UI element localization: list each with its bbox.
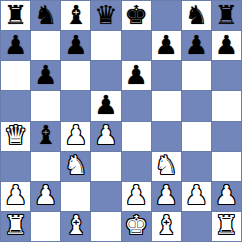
square-g4[interactable] — [182, 122, 211, 151]
square-c8[interactable]: ♝ — [61, 1, 90, 30]
square-d8[interactable]: ♛ — [91, 1, 120, 30]
white-knight-piece: ♞ — [64, 152, 87, 178]
square-a5[interactable] — [1, 91, 30, 120]
square-b8[interactable]: ♞ — [31, 1, 60, 30]
white-pawn-piece: ♟ — [215, 182, 238, 208]
square-g8[interactable]: ♞ — [182, 1, 211, 30]
black-queen-piece: ♛ — [94, 2, 117, 28]
white-pawn-piece: ♟ — [64, 122, 87, 148]
white-rook-piece: ♜ — [4, 212, 27, 238]
white-bishop-piece: ♝ — [155, 212, 178, 238]
square-d1[interactable] — [91, 212, 120, 241]
square-g7[interactable]: ♟ — [182, 31, 211, 60]
square-e6[interactable]: ♟ — [122, 61, 151, 90]
square-d7[interactable] — [91, 31, 120, 60]
square-g1[interactable] — [182, 212, 211, 241]
square-a2[interactable]: ♟ — [1, 182, 30, 211]
white-knight-piece: ♞ — [155, 152, 178, 178]
black-rook-piece: ♜ — [215, 2, 238, 28]
square-b6[interactable]: ♟ — [31, 61, 60, 90]
square-a6[interactable] — [1, 61, 30, 90]
square-c6[interactable] — [61, 61, 90, 90]
square-f7[interactable]: ♟ — [152, 31, 181, 60]
square-d6[interactable] — [91, 61, 120, 90]
square-c7[interactable]: ♟ — [61, 31, 90, 60]
square-b2[interactable]: ♟ — [31, 182, 60, 211]
square-b7[interactable] — [31, 31, 60, 60]
square-e3[interactable] — [122, 152, 151, 181]
black-bishop-piece: ♝ — [64, 2, 87, 28]
white-pawn-piece: ♟ — [155, 182, 178, 208]
white-bishop-piece: ♝ — [64, 212, 87, 238]
square-c3[interactable]: ♞ — [61, 152, 90, 181]
square-f6[interactable] — [152, 61, 181, 90]
square-h2[interactable]: ♟ — [212, 182, 241, 211]
square-d5[interactable]: ♟ — [91, 91, 120, 120]
white-pawn-piece: ♟ — [185, 182, 208, 208]
square-f1[interactable]: ♝ — [152, 212, 181, 241]
square-g3[interactable] — [182, 152, 211, 181]
square-a4[interactable]: ♛ — [1, 122, 30, 151]
square-g5[interactable] — [182, 91, 211, 120]
black-king-piece: ♚ — [124, 2, 147, 28]
square-b1[interactable] — [31, 212, 60, 241]
black-pawn-piece: ♟ — [64, 32, 87, 58]
black-knight-piece: ♞ — [34, 2, 57, 28]
white-pawn-piece: ♟ — [124, 182, 147, 208]
black-pawn-piece: ♟ — [185, 32, 208, 58]
black-pawn-piece: ♟ — [215, 32, 238, 58]
square-g6[interactable] — [182, 61, 211, 90]
white-queen-piece: ♛ — [4, 122, 27, 148]
chess-board: ♜♞♝♛♚♞♜♟♟♟♟♟♟♟♟♛♝♟♟♞♞♟♟♟♟♟♟♜♝♚♝♜ — [0, 0, 242, 242]
square-e5[interactable] — [122, 91, 151, 120]
square-h8[interactable]: ♜ — [212, 1, 241, 30]
square-f4[interactable] — [152, 122, 181, 151]
square-a7[interactable]: ♟ — [1, 31, 30, 60]
square-c5[interactable] — [61, 91, 90, 120]
black-rook-piece: ♜ — [4, 2, 27, 28]
square-a3[interactable] — [1, 152, 30, 181]
square-e7[interactable] — [122, 31, 151, 60]
square-f5[interactable] — [152, 91, 181, 120]
square-e2[interactable]: ♟ — [122, 182, 151, 211]
square-b5[interactable] — [31, 91, 60, 120]
black-pawn-piece: ♟ — [4, 32, 27, 58]
square-g2[interactable]: ♟ — [182, 182, 211, 211]
white-rook-piece: ♜ — [215, 212, 238, 238]
square-e8[interactable]: ♚ — [122, 1, 151, 30]
square-h6[interactable] — [212, 61, 241, 90]
square-f2[interactable]: ♟ — [152, 182, 181, 211]
black-pawn-piece: ♟ — [124, 62, 147, 88]
square-b4[interactable]: ♝ — [31, 122, 60, 151]
square-d3[interactable] — [91, 152, 120, 181]
square-c4[interactable]: ♟ — [61, 122, 90, 151]
square-d2[interactable] — [91, 182, 120, 211]
white-pawn-piece: ♟ — [4, 182, 27, 208]
square-h4[interactable] — [212, 122, 241, 151]
black-knight-piece: ♞ — [185, 2, 208, 28]
square-e4[interactable] — [122, 122, 151, 151]
white-pawn-piece: ♟ — [94, 122, 117, 148]
square-h5[interactable] — [212, 91, 241, 120]
square-b3[interactable] — [31, 152, 60, 181]
square-d4[interactable]: ♟ — [91, 122, 120, 151]
square-h3[interactable] — [212, 152, 241, 181]
square-e1[interactable]: ♚ — [122, 212, 151, 241]
black-pawn-piece: ♟ — [34, 62, 57, 88]
square-f8[interactable] — [152, 1, 181, 30]
square-c2[interactable] — [61, 182, 90, 211]
square-c1[interactable]: ♝ — [61, 212, 90, 241]
square-f3[interactable]: ♞ — [152, 152, 181, 181]
black-bishop-piece: ♝ — [34, 122, 57, 148]
square-a8[interactable]: ♜ — [1, 1, 30, 30]
square-h1[interactable]: ♜ — [212, 212, 241, 241]
white-pawn-piece: ♟ — [34, 182, 57, 208]
black-pawn-piece: ♟ — [155, 32, 178, 58]
square-a1[interactable]: ♜ — [1, 212, 30, 241]
square-h7[interactable]: ♟ — [212, 31, 241, 60]
white-king-piece: ♚ — [124, 212, 147, 238]
black-pawn-piece: ♟ — [94, 92, 117, 118]
